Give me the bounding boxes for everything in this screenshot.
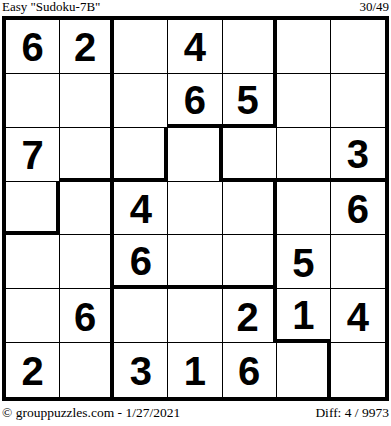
cell-r4c2-empty[interactable] — [60, 182, 114, 236]
cell-r7c7-empty[interactable] — [331, 343, 385, 397]
cell-r2c1-empty[interactable] — [6, 74, 60, 128]
cell-r3c7-given: 3 — [331, 128, 385, 182]
cell-r7c2-empty[interactable] — [60, 343, 114, 397]
cell-r1c7-empty[interactable] — [331, 20, 385, 74]
cell-r7c6-empty[interactable] — [277, 343, 331, 397]
cell-r3c1-given: 7 — [6, 128, 60, 182]
remaining-counter: 30/49 — [359, 0, 389, 14]
cell-r4c4-empty[interactable] — [168, 182, 222, 236]
cell-r7c4-given: 1 — [168, 343, 222, 397]
cell-r6c2-given: 6 — [60, 289, 114, 343]
cell-r4c5-empty[interactable] — [223, 182, 277, 236]
cell-r5c2-empty[interactable] — [60, 235, 114, 289]
footer: © grouppuzzles.com - 1/27/2021 Diff: 4 /… — [2, 405, 389, 421]
cell-r2c4-given: 6 — [168, 74, 222, 128]
cell-r7c5-given: 6 — [223, 343, 277, 397]
cell-r3c5-empty[interactable] — [223, 128, 277, 182]
cell-r3c3-empty[interactable] — [114, 128, 168, 182]
cell-r6c4-empty[interactable] — [168, 289, 222, 343]
header: Easy "Sudoku-7B" 30/49 — [2, 0, 389, 15]
cell-r4c6-empty[interactable] — [277, 182, 331, 236]
cell-r1c3-empty[interactable] — [114, 20, 168, 74]
puzzle-title: Easy "Sudoku-7B" — [2, 0, 100, 14]
cell-r1c5-empty[interactable] — [223, 20, 277, 74]
cell-r4c3-given: 4 — [114, 182, 168, 236]
cell-r6c1-empty[interactable] — [6, 289, 60, 343]
cell-r1c6-empty[interactable] — [277, 20, 331, 74]
cell-r1c1-given: 6 — [6, 20, 60, 74]
cell-r1c4-given: 4 — [168, 20, 222, 74]
cell-r4c7-given: 6 — [331, 182, 385, 236]
copyright-text: © grouppuzzles.com - 1/27/2021 — [2, 405, 180, 421]
cell-r1c2-given: 2 — [60, 20, 114, 74]
cell-r5c3-given: 6 — [114, 235, 168, 289]
cell-r2c7-empty[interactable] — [331, 74, 385, 128]
cell-r5c5-empty[interactable] — [223, 235, 277, 289]
cell-r7c3-given: 3 — [114, 343, 168, 397]
cell-r2c3-empty[interactable] — [114, 74, 168, 128]
sudoku-board: 6246573466562142316 — [2, 16, 389, 401]
cell-r2c5-given: 5 — [223, 74, 277, 128]
cell-r2c6-empty[interactable] — [277, 74, 331, 128]
cell-r6c6-given: 1 — [277, 289, 331, 343]
cell-r2c2-empty[interactable] — [60, 74, 114, 128]
cell-r7c1-given: 2 — [6, 343, 60, 397]
puzzle-page: Easy "Sudoku-7B" 30/49 62465734665621423… — [0, 0, 391, 426]
cell-r5c7-empty[interactable] — [331, 235, 385, 289]
cell-r3c2-empty[interactable] — [60, 128, 114, 182]
cell-r6c7-given: 4 — [331, 289, 385, 343]
cell-r5c4-empty[interactable] — [168, 235, 222, 289]
cell-r5c1-empty[interactable] — [6, 235, 60, 289]
cell-r3c6-empty[interactable] — [277, 128, 331, 182]
cell-r6c3-empty[interactable] — [114, 289, 168, 343]
cell-r6c5-given: 2 — [223, 289, 277, 343]
cell-r3c4-empty[interactable] — [168, 128, 222, 182]
cell-r5c6-given: 5 — [277, 235, 331, 289]
cell-r4c1-empty[interactable] — [6, 182, 60, 236]
difficulty-text: Diff: 4 / 9973 — [315, 405, 389, 421]
